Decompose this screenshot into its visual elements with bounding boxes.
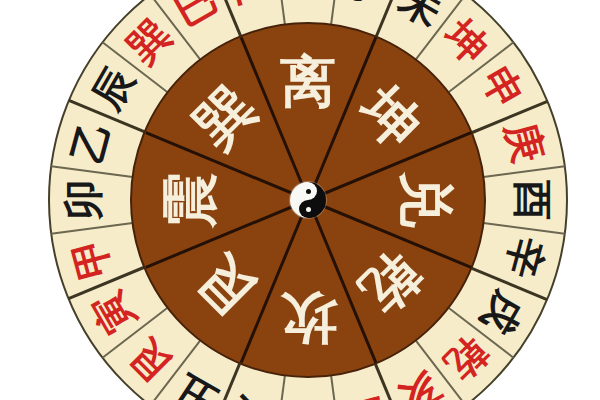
taiji-yin-dot xyxy=(306,189,311,194)
inner-sector-坎: 坎 xyxy=(280,290,336,346)
taiji-icon xyxy=(290,182,326,218)
inner-sector-离: 离 xyxy=(280,54,336,110)
outer-cell-卯: 卯 xyxy=(63,180,103,220)
taiji-yang-head xyxy=(299,182,317,200)
outer-cell-酉: 酉 xyxy=(513,180,553,220)
inner-sector-震: 震 xyxy=(162,172,218,228)
bagua-wheel: 午丁未坤申庚酉辛戌乾亥壬子癸丑艮寅甲卯乙辰巽巳丙 离坤兑乾坎艮震巽 xyxy=(0,0,600,400)
inner-sector-兑: 兑 xyxy=(398,172,454,228)
taiji-yang-dot xyxy=(306,207,311,212)
taiji-yin-head xyxy=(299,200,317,218)
luopan-screenshot: 午丁未坤申庚酉辛戌乾亥壬子癸丑艮寅甲卯乙辰巽巳丙 离坤兑乾坎艮震巽 xyxy=(0,0,600,400)
